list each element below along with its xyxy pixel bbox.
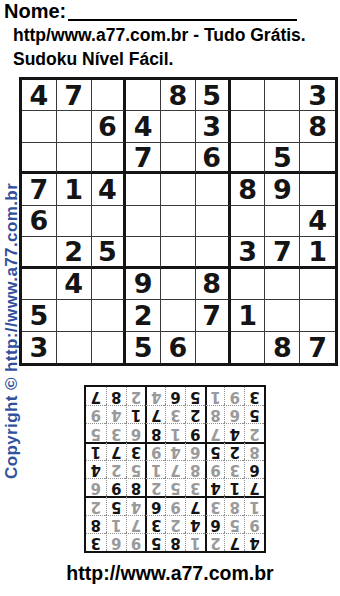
solution-cell-r6c1: 8 xyxy=(244,442,264,460)
solution-cell-r8c6: 7 xyxy=(145,405,165,423)
solution-cell-r5c1: 6 xyxy=(244,460,264,478)
solution-cell-r6c4: 6 xyxy=(185,442,205,460)
cell-r8c9 xyxy=(300,300,335,331)
cell-r5c4 xyxy=(126,206,161,237)
solution-cell-r4c5: 5 xyxy=(165,478,185,496)
cell-r9c4: 5 xyxy=(126,332,161,363)
cell-r1c4 xyxy=(126,80,161,111)
solution-cell-r5c4: 8 xyxy=(185,460,205,478)
cell-r2c7 xyxy=(231,111,266,142)
solution-cell-r9c1: 3 xyxy=(244,387,264,405)
solution-cell-r1c1: 4 xyxy=(244,533,264,551)
solution-cell-r1c8: 6 xyxy=(106,533,126,551)
solution-cell-r5c3: 9 xyxy=(205,460,225,478)
cell-r1c5: 8 xyxy=(161,80,196,111)
cell-r6c1 xyxy=(22,237,57,268)
cell-r8c7: 1 xyxy=(231,300,266,331)
cell-r3c7 xyxy=(231,143,266,174)
cell-r7c1 xyxy=(22,269,57,300)
cell-r1c8 xyxy=(265,80,300,111)
solution-cell-r4c9: 6 xyxy=(86,478,106,496)
cell-r5c6 xyxy=(196,206,231,237)
solution-cell-r9c6: 4 xyxy=(145,387,165,405)
solution-cell-r3c5: 9 xyxy=(165,496,185,514)
solution-cell-r1c2: 7 xyxy=(224,533,244,551)
solution-cell-r7c4: 9 xyxy=(185,423,205,441)
cell-r7c8 xyxy=(265,269,300,300)
cell-r8c2 xyxy=(57,300,92,331)
cell-r6c3: 5 xyxy=(92,237,127,268)
cell-r7c6: 8 xyxy=(196,269,231,300)
solution-cell-r4c1: 7 xyxy=(244,478,264,496)
solution-cell-r1c6: 5 xyxy=(145,533,165,551)
cell-r5c1: 6 xyxy=(22,206,57,237)
solution-cell-r5c2: 3 xyxy=(224,460,244,478)
solution-cell-r2c4: 4 xyxy=(185,515,205,533)
solution-cell-r4c6: 2 xyxy=(145,478,165,496)
cell-r8c6: 7 xyxy=(196,300,231,331)
cell-r4c9 xyxy=(300,174,335,205)
cell-r7c3 xyxy=(92,269,127,300)
solution-grid: 4721859639564237181837964527143528966398… xyxy=(84,385,266,553)
cell-r3c1 xyxy=(22,143,57,174)
cell-r9c3 xyxy=(92,332,127,363)
solution-cell-r2c2: 5 xyxy=(224,515,244,533)
cell-r3c3 xyxy=(92,143,127,174)
cell-r8c5 xyxy=(161,300,196,331)
solution-cell-r9c8: 8 xyxy=(106,387,126,405)
solution-cell-r7c7: 6 xyxy=(126,423,146,441)
cell-r2c2 xyxy=(57,111,92,142)
solution-cell-r6c6: 9 xyxy=(145,442,165,460)
cell-r9c8: 8 xyxy=(265,332,300,363)
cell-r4c3: 4 xyxy=(92,174,127,205)
cell-r8c4: 2 xyxy=(126,300,161,331)
cell-r2c3: 6 xyxy=(92,111,127,142)
cell-r2c6: 3 xyxy=(196,111,231,142)
solution-cell-r8c8: 4 xyxy=(106,405,126,423)
solution-cell-r8c9: 9 xyxy=(86,405,106,423)
solution-cell-r9c4: 5 xyxy=(185,387,205,405)
cell-r5c5 xyxy=(161,206,196,237)
name-underline xyxy=(68,19,297,21)
solution-cell-r2c7: 7 xyxy=(126,515,146,533)
cell-r1c1: 4 xyxy=(22,80,57,111)
site-title: http/www.a77.com.br - Tudo Grátis. xyxy=(13,25,306,46)
cell-r4c7: 8 xyxy=(231,174,266,205)
cell-r3c6: 6 xyxy=(196,143,231,174)
solution-cell-r8c7: 1 xyxy=(126,405,146,423)
cell-r9c9: 7 xyxy=(300,332,335,363)
footer-url: http://www.a77.com.br xyxy=(0,562,340,585)
solution-cell-r6c9: 1 xyxy=(86,442,106,460)
solution-cell-r5c5: 7 xyxy=(165,460,185,478)
solution-cell-r7c8: 3 xyxy=(106,423,126,441)
solution-cell-r4c3: 4 xyxy=(205,478,225,496)
solution-cell-r8c3: 8 xyxy=(205,405,225,423)
solution-cell-r5c6: 1 xyxy=(145,460,165,478)
solution-cell-r6c2: 2 xyxy=(224,442,244,460)
solution-cell-r6c8: 7 xyxy=(106,442,126,460)
cell-r4c6 xyxy=(196,174,231,205)
cell-r6c4 xyxy=(126,237,161,268)
solution-cell-r7c3: 7 xyxy=(205,423,225,441)
cell-r7c2: 4 xyxy=(57,269,92,300)
cell-r7c5 xyxy=(161,269,196,300)
solution-cell-r9c3: 1 xyxy=(205,387,225,405)
solution-cell-r8c5: 3 xyxy=(165,405,185,423)
cell-r1c6: 5 xyxy=(196,80,231,111)
solution-cell-r9c2: 9 xyxy=(224,387,244,405)
cell-r1c7 xyxy=(231,80,266,111)
solution-cell-r4c8: 9 xyxy=(106,478,126,496)
cell-r6c2: 2 xyxy=(57,237,92,268)
cell-r9c2 xyxy=(57,332,92,363)
cell-r4c2: 1 xyxy=(57,174,92,205)
solution-cell-r4c7: 8 xyxy=(126,478,146,496)
cell-r9c5: 6 xyxy=(161,332,196,363)
solution-cell-r1c7: 9 xyxy=(126,533,146,551)
cell-r2c9: 8 xyxy=(300,111,335,142)
solution-cell-r5c7: 5 xyxy=(126,460,146,478)
solution-cell-r6c3: 5 xyxy=(205,442,225,460)
cell-r7c4: 9 xyxy=(126,269,161,300)
solution-cell-r1c9: 3 xyxy=(86,533,106,551)
cell-r7c9 xyxy=(300,269,335,300)
cell-r9c7 xyxy=(231,332,266,363)
solution-cell-r7c9: 5 xyxy=(86,423,106,441)
solution-cell-r4c4: 3 xyxy=(185,478,205,496)
cell-r3c9 xyxy=(300,143,335,174)
solution-cell-r2c9: 8 xyxy=(86,515,106,533)
solution-cell-r8c4: 2 xyxy=(185,405,205,423)
cell-r4c8: 9 xyxy=(265,174,300,205)
cell-r9c1: 3 xyxy=(22,332,57,363)
solution-cell-r8c1: 5 xyxy=(244,405,264,423)
cell-r1c3 xyxy=(92,80,127,111)
solution-cell-r7c5: 1 xyxy=(165,423,185,441)
cell-r9c6 xyxy=(196,332,231,363)
solution-cell-r3c4: 7 xyxy=(185,496,205,514)
cell-r3c2 xyxy=(57,143,92,174)
solution-cell-r3c6: 6 xyxy=(145,496,165,514)
cell-r5c9: 4 xyxy=(300,206,335,237)
cell-r5c8 xyxy=(265,206,300,237)
solution-cell-r7c1: 2 xyxy=(244,423,264,441)
solution-cell-r2c6: 3 xyxy=(145,515,165,533)
sudoku-grid: 478536438765714896425371498527135687 xyxy=(19,77,338,366)
solution-cell-r2c5: 2 xyxy=(165,515,185,533)
cell-r8c1: 5 xyxy=(22,300,57,331)
solution-cell-r1c3: 2 xyxy=(205,533,225,551)
cell-r6c6 xyxy=(196,237,231,268)
cell-r2c8 xyxy=(265,111,300,142)
solution-cell-r8c2: 6 xyxy=(224,405,244,423)
cell-r5c3 xyxy=(92,206,127,237)
solution-cell-r2c3: 6 xyxy=(205,515,225,533)
cell-r4c4 xyxy=(126,174,161,205)
cell-r2c5 xyxy=(161,111,196,142)
cell-r6c9: 1 xyxy=(300,237,335,268)
solution-cell-r3c1: 1 xyxy=(244,496,264,514)
cell-r6c5 xyxy=(161,237,196,268)
solution-cell-r5c8: 2 xyxy=(106,460,126,478)
solution-cell-r3c9: 2 xyxy=(86,496,106,514)
cell-r6c8: 7 xyxy=(265,237,300,268)
solution-cell-r2c1: 9 xyxy=(244,515,264,533)
solution-cell-r3c2: 8 xyxy=(224,496,244,514)
solution-cell-r4c2: 1 xyxy=(224,478,244,496)
cell-r8c3 xyxy=(92,300,127,331)
cell-r6c7: 3 xyxy=(231,237,266,268)
name-label: Nome: xyxy=(4,1,66,22)
puzzle-level-title: Sudoku Nível Fácil. xyxy=(13,49,173,70)
solution-cell-r9c9: 7 xyxy=(86,387,106,405)
cell-r7c7 xyxy=(231,269,266,300)
solution-cell-r6c7: 3 xyxy=(126,442,146,460)
solution-cell-r1c4: 1 xyxy=(185,533,205,551)
cell-r2c4: 4 xyxy=(126,111,161,142)
cell-r3c4: 7 xyxy=(126,143,161,174)
solution-cell-r9c5: 6 xyxy=(165,387,185,405)
cell-r4c5 xyxy=(161,174,196,205)
cell-r5c7 xyxy=(231,206,266,237)
cell-r4c1: 7 xyxy=(22,174,57,205)
cell-r3c5 xyxy=(161,143,196,174)
solution-cell-r3c3: 3 xyxy=(205,496,225,514)
cell-r1c9: 3 xyxy=(300,80,335,111)
cell-r3c8: 5 xyxy=(265,143,300,174)
cell-r8c8 xyxy=(265,300,300,331)
cell-r1c2: 7 xyxy=(57,80,92,111)
solution-cell-r5c9: 4 xyxy=(86,460,106,478)
solution-cell-r7c6: 8 xyxy=(145,423,165,441)
name-row: Nome: xyxy=(4,1,297,22)
cell-r5c2 xyxy=(57,206,92,237)
solution-cell-r7c2: 4 xyxy=(224,423,244,441)
cell-r2c1 xyxy=(22,111,57,142)
sudoku-sheet: Nome: http/www.a77.com.br - Tudo Grátis.… xyxy=(0,0,340,596)
solution-cell-r1c5: 8 xyxy=(165,533,185,551)
solution-cell-r6c5: 4 xyxy=(165,442,185,460)
solution-cell-r9c7: 2 xyxy=(126,387,146,405)
solution-cell-r3c8: 5 xyxy=(106,496,126,514)
solution-cell-r3c7: 4 xyxy=(126,496,146,514)
solution-cell-r2c8: 1 xyxy=(106,515,126,533)
